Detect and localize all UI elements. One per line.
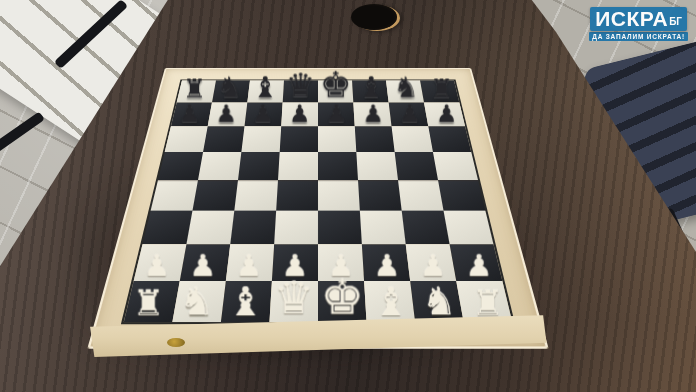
piece-black-pawn[interactable]: ♟ (436, 102, 457, 126)
piece-white-queen[interactable]: ♛ (274, 276, 314, 321)
square-a1[interactable]: ♜ (124, 281, 180, 322)
iskra-logo: ИСКРА БГ (590, 7, 687, 31)
square-d7[interactable]: ♟ (281, 102, 318, 126)
piece-black-rook[interactable]: ♜ (183, 76, 206, 102)
piece-black-pawn[interactable]: ♟ (289, 102, 310, 126)
square-d4[interactable] (276, 180, 318, 211)
logo-suffix-text: БГ (669, 15, 682, 29)
chess-board: ♜♞♝♛♚♝♞♜♟♟♟♟♟♟♟♟♟♟♟♟♟♟♟♟♜♞♝♛♚♝♞♜ (87, 68, 548, 349)
square-a3[interactable] (143, 211, 193, 245)
square-e4[interactable] (318, 180, 360, 211)
square-h7[interactable]: ♟ (424, 102, 465, 126)
iskra-watermark: ИСКРА БГ ДА ЗАПАЛИМ ИСКРАТА! (589, 7, 688, 41)
piece-black-pawn[interactable]: ♟ (399, 102, 420, 126)
square-c5[interactable] (238, 152, 280, 180)
square-b1[interactable]: ♞ (172, 281, 225, 322)
piece-black-pawn[interactable]: ♟ (362, 102, 383, 126)
piece-white-pawn[interactable]: ♟ (190, 250, 217, 280)
square-g3[interactable] (402, 211, 450, 245)
piece-white-knight[interactable]: ♞ (422, 282, 457, 321)
square-a5[interactable] (158, 152, 203, 180)
square-e3[interactable] (318, 211, 362, 245)
square-g4[interactable] (398, 180, 444, 211)
square-b7[interactable]: ♟ (208, 102, 248, 126)
piece-black-rook[interactable]: ♜ (430, 76, 453, 102)
piece-black-bishop[interactable]: ♝ (358, 73, 384, 102)
board-grid: ♜♞♝♛♚♝♞♜♟♟♟♟♟♟♟♟♟♟♟♟♟♟♟♟♜♞♝♛♚♝♞♜ (121, 79, 515, 324)
square-g5[interactable] (395, 152, 438, 180)
square-d1[interactable]: ♛ (269, 281, 318, 322)
piece-black-pawn[interactable]: ♟ (252, 102, 273, 126)
piece-white-pawn[interactable]: ♟ (420, 250, 447, 280)
square-g1[interactable]: ♞ (410, 281, 463, 322)
square-a7[interactable]: ♟ (171, 102, 212, 126)
square-h3[interactable] (444, 211, 494, 245)
chess-board-wrapper: ♜♞♝♛♚♝♞♜♟♟♟♟♟♟♟♟♟♟♟♟♟♟♟♟♜♞♝♛♚♝♞♜ (134, 0, 502, 364)
piece-white-rook[interactable]: ♜ (133, 286, 165, 321)
piece-white-pawn[interactable]: ♟ (374, 250, 401, 280)
piece-black-knight[interactable]: ♞ (394, 74, 419, 102)
piece-black-queen[interactable]: ♛ (286, 69, 315, 102)
piece-white-king[interactable]: ♚ (321, 272, 364, 320)
square-f7[interactable]: ♟ (353, 102, 391, 126)
piece-white-pawn[interactable]: ♟ (236, 250, 263, 280)
piece-white-pawn[interactable]: ♟ (466, 250, 493, 280)
piece-white-knight[interactable]: ♞ (179, 282, 214, 321)
logo-brand-text: ИСКРА (595, 8, 668, 29)
square-h4[interactable] (438, 180, 485, 211)
piece-white-bishop[interactable]: ♝ (227, 281, 263, 321)
square-f5[interactable] (356, 152, 398, 180)
square-b5[interactable] (198, 152, 241, 180)
logo-tagline: ДА ЗАПАЛИМ ИСКРАТА! (589, 32, 688, 41)
scene: ♜♞♝♛♚♝♞♜♟♟♟♟♟♟♟♟♟♟♟♟♟♟♟♟♜♞♝♛♚♝♞♜ ИСКРА Б… (0, 0, 696, 392)
square-e5[interactable] (318, 152, 358, 180)
piece-black-bishop[interactable]: ♝ (252, 73, 278, 102)
square-a4[interactable] (151, 180, 198, 211)
square-d3[interactable] (274, 211, 318, 245)
square-b3[interactable] (186, 211, 234, 245)
square-c3[interactable] (230, 211, 276, 245)
square-h1[interactable]: ♜ (456, 281, 512, 322)
square-e7[interactable]: ♟ (318, 102, 355, 126)
square-c7[interactable]: ♟ (244, 102, 282, 126)
square-f4[interactable] (358, 180, 402, 211)
piece-white-bishop[interactable]: ♝ (373, 281, 409, 321)
square-c1[interactable]: ♝ (221, 281, 272, 322)
square-d5[interactable] (278, 152, 318, 180)
piece-black-king[interactable]: ♚ (320, 67, 352, 102)
square-g7[interactable]: ♟ (389, 102, 429, 126)
piece-black-pawn[interactable]: ♟ (215, 102, 236, 126)
piece-black-knight[interactable]: ♞ (217, 74, 242, 102)
square-b4[interactable] (192, 180, 238, 211)
piece-black-pawn[interactable]: ♟ (326, 102, 347, 126)
square-c4[interactable] (234, 180, 278, 211)
piece-white-rook[interactable]: ♜ (472, 286, 504, 321)
square-f3[interactable] (360, 211, 406, 245)
piece-white-pawn[interactable]: ♟ (144, 250, 171, 280)
brass-clasp (167, 338, 185, 347)
square-f1[interactable]: ♝ (364, 281, 415, 322)
piece-black-pawn[interactable]: ♟ (179, 102, 200, 126)
square-h5[interactable] (433, 152, 478, 180)
square-e1[interactable]: ♚ (318, 281, 367, 322)
